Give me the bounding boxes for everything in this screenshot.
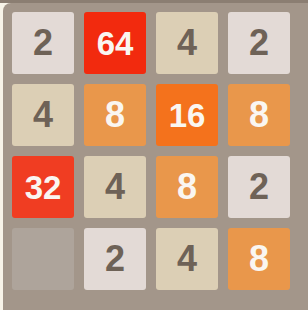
tile-16: 16	[156, 84, 218, 146]
tile-4: 4	[156, 228, 218, 290]
board-frame[interactable]: 264424816832482248	[3, 3, 308, 310]
tile-2: 2	[84, 228, 146, 290]
tile-4: 4	[156, 12, 218, 74]
tile-4: 4	[12, 84, 74, 146]
tile-4: 4	[84, 156, 146, 218]
tile-2: 2	[12, 12, 74, 74]
tile-8: 8	[228, 228, 290, 290]
tile-8: 8	[228, 84, 290, 146]
empty-cell	[12, 228, 74, 290]
tile-32: 32	[12, 156, 74, 218]
tile-8: 8	[84, 84, 146, 146]
tile-2: 2	[228, 156, 290, 218]
tile-2: 2	[228, 12, 290, 74]
tile-64: 64	[84, 12, 146, 74]
tile-8: 8	[156, 156, 218, 218]
